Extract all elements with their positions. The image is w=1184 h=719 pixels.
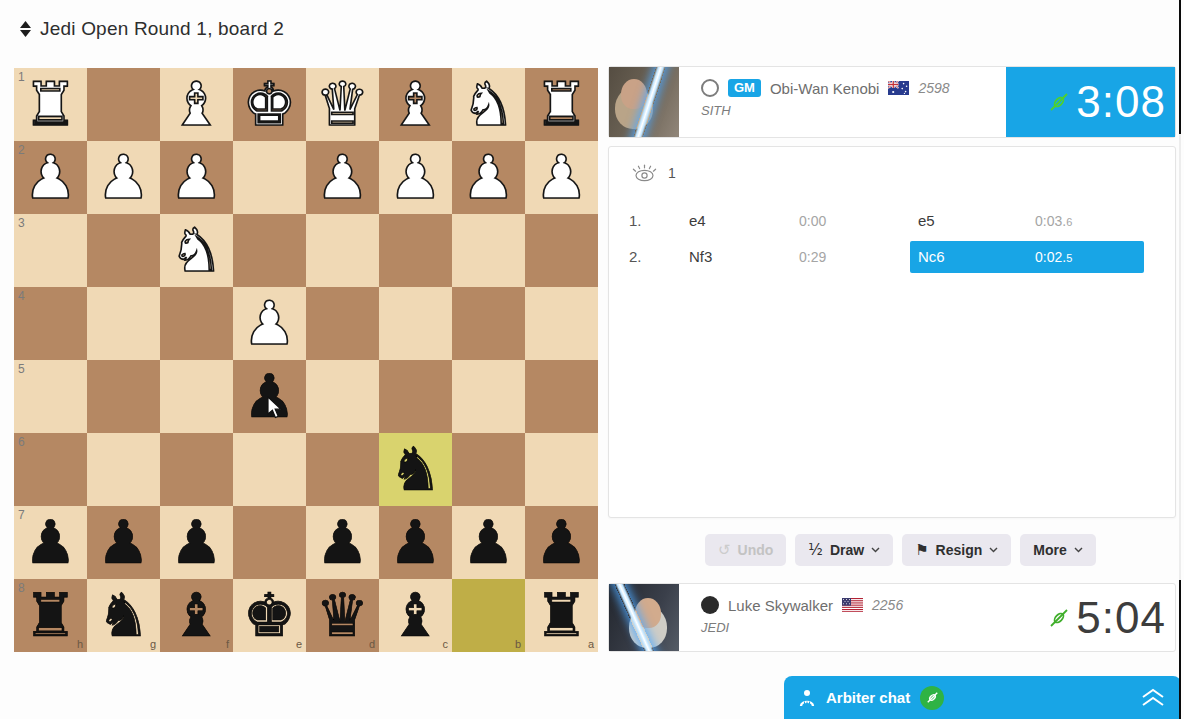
square-e5[interactable]: ♟ bbox=[233, 360, 306, 433]
player-name-white[interactable]: Obi-Wan Kenobi bbox=[770, 80, 880, 97]
square-e6[interactable] bbox=[233, 433, 306, 506]
piece-white-rook[interactable]: ♜ bbox=[14, 68, 87, 141]
white-move[interactable]: Nf3 bbox=[689, 239, 712, 275]
piece-black-bishop[interactable]: ♝ bbox=[160, 579, 233, 652]
scrollbar-segment-bottom[interactable] bbox=[1179, 580, 1181, 719]
player-team-black: JEDI bbox=[701, 620, 903, 635]
piece-white-bishop[interactable]: ♝ bbox=[379, 68, 452, 141]
square-h6[interactable]: 6 bbox=[14, 433, 87, 506]
square-g3[interactable] bbox=[87, 214, 160, 287]
square-c1[interactable]: ♝ bbox=[379, 68, 452, 141]
square-h8[interactable]: 8h♜ bbox=[14, 579, 87, 652]
connection-icon bbox=[1048, 91, 1070, 113]
half-point-icon: ½ bbox=[808, 541, 823, 559]
square-f1[interactable]: ♝ bbox=[160, 68, 233, 141]
square-a7[interactable]: ♟ bbox=[525, 506, 598, 579]
avatar-luke[interactable] bbox=[609, 584, 679, 651]
piece-white-knight[interactable]: ♞ bbox=[160, 214, 233, 287]
square-e3[interactable] bbox=[233, 214, 306, 287]
player-team-white: SITH bbox=[701, 103, 950, 118]
black-move-time: 0:03.6 bbox=[1035, 205, 1072, 238]
player-rating-black: 2256 bbox=[872, 597, 903, 613]
eye-icon bbox=[631, 163, 658, 183]
piece-white-pawn[interactable]: ♟ bbox=[452, 141, 525, 214]
square-d3[interactable] bbox=[306, 214, 379, 287]
piece-black-pawn[interactable]: ♟ bbox=[87, 506, 160, 579]
player-card-white: GM Obi-Wan Kenobi bbox=[608, 66, 1176, 138]
piece-white-knight[interactable]: ♞ bbox=[452, 68, 525, 141]
square-g2[interactable]: ♟ bbox=[87, 141, 160, 214]
piece-white-pawn[interactable]: ♟ bbox=[87, 141, 160, 214]
square-d6[interactable] bbox=[306, 433, 379, 506]
piece-black-pawn[interactable]: ♟ bbox=[14, 506, 87, 579]
piece-white-pawn[interactable]: ♟ bbox=[160, 141, 233, 214]
broadcast-page: Jedi Open Round 1, board 2 1♜♝♚♛♝♞♜2♟♟♟♟… bbox=[0, 0, 1184, 719]
more-button[interactable]: More bbox=[1020, 534, 1095, 566]
draw-button[interactable]: ½ Draw bbox=[795, 534, 893, 566]
square-f2[interactable]: ♟ bbox=[160, 141, 233, 214]
square-b4[interactable] bbox=[452, 287, 525, 360]
square-e1[interactable]: ♚ bbox=[233, 68, 306, 141]
move-list: 1. e4 0:00 e5 0:03.6 2. Nf3 0:29 Nc6 0:0… bbox=[629, 203, 1165, 275]
square-f8[interactable]: f♝ bbox=[160, 579, 233, 652]
black-move-cell[interactable]: e5 0:03.6 bbox=[910, 205, 1144, 237]
square-h1[interactable]: 1♜ bbox=[14, 68, 87, 141]
undo-button[interactable]: ↺ Undo bbox=[705, 534, 786, 566]
square-d1[interactable]: ♛ bbox=[306, 68, 379, 141]
square-h3[interactable]: 3 bbox=[14, 214, 87, 287]
square-g1[interactable] bbox=[87, 68, 160, 141]
clock-time-black: 5:04 bbox=[1076, 593, 1166, 643]
square-d8[interactable]: d♛ bbox=[306, 579, 379, 652]
square-h5[interactable]: 5 bbox=[14, 360, 87, 433]
piece-black-bishop[interactable]: ♝ bbox=[379, 579, 452, 652]
piece-white-pawn[interactable]: ♟ bbox=[14, 141, 87, 214]
square-h4[interactable]: 4 bbox=[14, 287, 87, 360]
person-icon bbox=[798, 688, 816, 708]
rank-label: 4 bbox=[18, 289, 25, 303]
piece-white-pawn[interactable]: ♟ bbox=[525, 141, 598, 214]
expand-chat-chevrons-icon[interactable] bbox=[1139, 688, 1167, 707]
piece-black-knight[interactable]: ♞ bbox=[379, 433, 452, 506]
square-d7[interactable]: ♟ bbox=[306, 506, 379, 579]
square-e8[interactable]: e♚ bbox=[233, 579, 306, 652]
square-g6[interactable] bbox=[87, 433, 160, 506]
file-label: b bbox=[515, 638, 521, 650]
chess-board: 1♜♝♚♛♝♞♜2♟♟♟♟♟♟♟3♞4♟5♟6♞7♟♟♟♟♟♟♟8h♜g♞f♝e… bbox=[14, 68, 598, 652]
chevron-down-icon bbox=[871, 547, 880, 553]
move-row-2: 2. Nf3 0:29 Nc6 0:02.5 bbox=[629, 239, 1165, 275]
chevron-down-icon bbox=[989, 547, 998, 553]
flag-icon: ⚑ bbox=[915, 541, 928, 559]
piece-black-pawn[interactable]: ♟ bbox=[233, 360, 306, 433]
square-e2[interactable] bbox=[233, 141, 306, 214]
square-f6[interactable] bbox=[160, 433, 233, 506]
square-c5[interactable] bbox=[379, 360, 452, 433]
square-b8[interactable]: b bbox=[452, 579, 525, 652]
square-d2[interactable]: ♟ bbox=[306, 141, 379, 214]
connection-icon bbox=[926, 691, 939, 704]
black-move: e5 bbox=[918, 212, 935, 229]
spectators: 1 bbox=[631, 163, 676, 183]
move-row-1: 1. e4 0:00 e5 0:03.6 bbox=[629, 203, 1165, 239]
move-list-card: 1 1. e4 0:00 e5 0:03.6 2. Nf3 0:29 Nc6 0… bbox=[608, 146, 1176, 518]
action-bar: ↺ Undo ½ Draw ⚑ Resign More bbox=[608, 534, 1176, 566]
page-title: Jedi Open Round 1, board 2 bbox=[40, 18, 284, 40]
square-h2[interactable]: 2♟ bbox=[14, 141, 87, 214]
australia-flag-icon bbox=[888, 81, 909, 95]
gm-title-badge: GM bbox=[728, 79, 761, 97]
piece-black-pawn[interactable]: ♟ bbox=[160, 506, 233, 579]
white-move-time: 0:00 bbox=[799, 203, 826, 239]
square-g4[interactable] bbox=[87, 287, 160, 360]
piece-black-rook[interactable]: ♜ bbox=[525, 579, 598, 652]
piece-black-knight[interactable]: ♞ bbox=[87, 579, 160, 652]
piece-white-bishop[interactable]: ♝ bbox=[160, 68, 233, 141]
spectator-count: 1 bbox=[668, 165, 676, 181]
piece-black-pawn[interactable]: ♟ bbox=[379, 506, 452, 579]
piece-black-pawn[interactable]: ♟ bbox=[525, 506, 598, 579]
move-number: 1. bbox=[629, 203, 642, 239]
square-a6[interactable] bbox=[525, 433, 598, 506]
square-a4[interactable] bbox=[525, 287, 598, 360]
player-rating-white: 2598 bbox=[918, 80, 949, 96]
black-move-time: 0:02.5 bbox=[1035, 241, 1072, 274]
clock-black: 5:04 bbox=[1006, 584, 1175, 651]
piece-white-rook[interactable]: ♜ bbox=[525, 68, 598, 141]
piece-black-king[interactable]: ♚ bbox=[233, 579, 306, 652]
square-f5[interactable] bbox=[160, 360, 233, 433]
square-b1[interactable]: ♞ bbox=[452, 68, 525, 141]
chevron-down-icon bbox=[1074, 547, 1083, 553]
chat-connection-badge bbox=[920, 686, 944, 710]
square-g5[interactable] bbox=[87, 360, 160, 433]
square-c6[interactable]: ♞ bbox=[379, 433, 452, 506]
piece-white-pawn[interactable]: ♟ bbox=[306, 141, 379, 214]
piece-white-pawn[interactable]: ♟ bbox=[379, 141, 452, 214]
square-d5[interactable] bbox=[306, 360, 379, 433]
square-b3[interactable] bbox=[452, 214, 525, 287]
header: Jedi Open Round 1, board 2 bbox=[20, 18, 284, 40]
square-a1[interactable]: ♜ bbox=[525, 68, 598, 141]
player-card-black: Luke Skywalker 2256 JEDI bbox=[608, 583, 1176, 652]
player-name-black[interactable]: Luke Skywalker bbox=[728, 597, 833, 614]
piece-white-queen[interactable]: ♛ bbox=[306, 68, 379, 141]
chat-label: Arbiter chat bbox=[826, 689, 910, 706]
square-c3[interactable] bbox=[379, 214, 452, 287]
black-move: Nc6 bbox=[918, 248, 945, 265]
black-side-icon bbox=[701, 596, 719, 614]
square-c2[interactable]: ♟ bbox=[379, 141, 452, 214]
square-a3[interactable] bbox=[525, 214, 598, 287]
square-a2[interactable]: ♟ bbox=[525, 141, 598, 214]
piece-white-pawn[interactable]: ♟ bbox=[233, 287, 306, 360]
undo-icon: ↺ bbox=[718, 541, 731, 559]
square-c7[interactable]: ♟ bbox=[379, 506, 452, 579]
usa-flag-icon bbox=[842, 598, 863, 612]
piece-black-rook[interactable]: ♜ bbox=[14, 579, 87, 652]
rank-label: 3 bbox=[18, 216, 25, 230]
square-a8[interactable]: a♜ bbox=[525, 579, 598, 652]
player-info-black: Luke Skywalker 2256 JEDI bbox=[701, 596, 903, 635]
piece-black-queen[interactable]: ♛ bbox=[306, 579, 379, 652]
rank-label: 5 bbox=[18, 362, 25, 376]
square-d4[interactable] bbox=[306, 287, 379, 360]
white-side-icon bbox=[701, 79, 719, 97]
square-g8[interactable]: g♞ bbox=[87, 579, 160, 652]
player-info-white: GM Obi-Wan Kenobi bbox=[701, 79, 950, 118]
square-b6[interactable] bbox=[452, 433, 525, 506]
white-move[interactable]: e4 bbox=[689, 203, 706, 239]
white-move-time: 0:29 bbox=[799, 239, 826, 275]
scrollbar-segment-top[interactable] bbox=[1179, 0, 1181, 134]
move-number: 2. bbox=[629, 239, 642, 275]
piece-black-pawn[interactable]: ♟ bbox=[306, 506, 379, 579]
square-f7[interactable]: ♟ bbox=[160, 506, 233, 579]
square-g7[interactable]: ♟ bbox=[87, 506, 160, 579]
square-e4[interactable]: ♟ bbox=[233, 287, 306, 360]
arbiter-chat-bar[interactable]: Arbiter chat bbox=[784, 676, 1181, 719]
square-f4[interactable] bbox=[160, 287, 233, 360]
board-switcher-icon[interactable] bbox=[20, 21, 31, 37]
piece-white-king[interactable]: ♚ bbox=[233, 68, 306, 141]
black-move-cell[interactable]: Nc6 0:02.5 bbox=[910, 241, 1144, 273]
square-c4[interactable] bbox=[379, 287, 452, 360]
clock-white: 3:08 bbox=[1006, 67, 1175, 137]
square-h7[interactable]: 7♟ bbox=[14, 506, 87, 579]
connection-icon bbox=[1048, 607, 1070, 629]
square-e7[interactable] bbox=[233, 506, 306, 579]
square-a5[interactable] bbox=[525, 360, 598, 433]
square-b2[interactable]: ♟ bbox=[452, 141, 525, 214]
clock-time-white: 3:08 bbox=[1076, 77, 1166, 127]
resign-button[interactable]: ⚑ Resign bbox=[902, 534, 1011, 566]
square-c8[interactable]: c♝ bbox=[379, 579, 452, 652]
square-b7[interactable]: ♟ bbox=[452, 506, 525, 579]
square-f3[interactable]: ♞ bbox=[160, 214, 233, 287]
rank-label: 6 bbox=[18, 435, 25, 449]
avatar-obi-wan[interactable] bbox=[609, 67, 679, 137]
piece-black-pawn[interactable]: ♟ bbox=[452, 506, 525, 579]
square-b5[interactable] bbox=[452, 360, 525, 433]
